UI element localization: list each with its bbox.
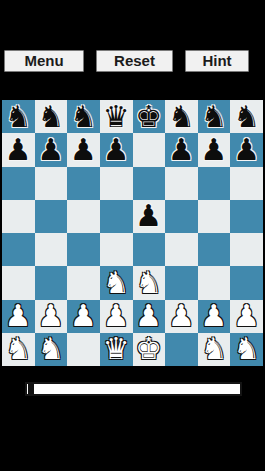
black-queen-icon: ♛ — [103, 102, 130, 132]
square-f6[interactable] — [165, 167, 198, 200]
square-g6[interactable] — [198, 167, 231, 200]
square-a2[interactable]: ♟ — [2, 300, 35, 333]
square-h6[interactable] — [230, 167, 263, 200]
white-pawn-icon: ♟ — [70, 301, 97, 331]
square-e5[interactable]: ♟ — [133, 200, 166, 233]
white-knight-icon: ♞ — [201, 334, 228, 364]
square-e1[interactable]: ♚ — [133, 333, 166, 366]
square-f4[interactable] — [165, 233, 198, 266]
black-pawn-icon: ♟ — [168, 135, 195, 165]
white-knight-icon: ♞ — [233, 334, 260, 364]
white-pawn-icon: ♟ — [233, 301, 260, 331]
square-b3[interactable] — [35, 266, 68, 299]
white-pawn-icon: ♟ — [135, 301, 162, 331]
black-knight-icon: ♞ — [168, 102, 195, 132]
square-f3[interactable] — [165, 266, 198, 299]
square-a1[interactable]: ♞ — [2, 333, 35, 366]
square-c2[interactable]: ♟ — [67, 300, 100, 333]
square-g5[interactable] — [198, 200, 231, 233]
square-a8[interactable]: ♞ — [2, 100, 35, 133]
square-b8[interactable]: ♞ — [35, 100, 68, 133]
square-a7[interactable]: ♟ — [2, 133, 35, 166]
square-h3[interactable] — [230, 266, 263, 299]
white-king-icon: ♚ — [135, 334, 162, 364]
black-pawn-icon: ♟ — [103, 135, 130, 165]
square-d4[interactable] — [100, 233, 133, 266]
square-c7[interactable]: ♟ — [67, 133, 100, 166]
white-pawn-icon: ♟ — [103, 301, 130, 331]
square-d7[interactable]: ♟ — [100, 133, 133, 166]
square-f7[interactable]: ♟ — [165, 133, 198, 166]
hint-button[interactable]: Hint — [185, 50, 249, 72]
white-pawn-icon: ♟ — [201, 301, 228, 331]
white-pawn-icon: ♟ — [168, 301, 195, 331]
white-knight-icon: ♞ — [103, 268, 130, 298]
black-knight-icon: ♞ — [37, 102, 64, 132]
white-queen-icon: ♛ — [103, 334, 130, 364]
square-d3[interactable]: ♞ — [100, 266, 133, 299]
square-e3[interactable]: ♞ — [133, 266, 166, 299]
chess-board: ♞♞♞♛♚♞♞♞♟♟♟♟♟♟♟♟♞♞♟♟♟♟♟♟♟♟♞♞♛♚♞♞ — [2, 100, 263, 366]
white-knight-icon: ♞ — [5, 334, 32, 364]
square-h1[interactable]: ♞ — [230, 333, 263, 366]
square-b1[interactable]: ♞ — [35, 333, 68, 366]
square-b7[interactable]: ♟ — [35, 133, 68, 166]
square-f5[interactable] — [165, 200, 198, 233]
square-g2[interactable]: ♟ — [198, 300, 231, 333]
square-c1[interactable] — [67, 333, 100, 366]
square-a4[interactable] — [2, 233, 35, 266]
square-g8[interactable]: ♞ — [198, 100, 231, 133]
black-king-icon: ♚ — [135, 102, 162, 132]
black-pawn-icon: ♟ — [201, 135, 228, 165]
black-pawn-icon: ♟ — [37, 135, 64, 165]
square-h7[interactable]: ♟ — [230, 133, 263, 166]
square-g3[interactable] — [198, 266, 231, 299]
progress-bar — [25, 382, 242, 396]
black-knight-icon: ♞ — [5, 102, 32, 132]
square-d1[interactable]: ♛ — [100, 333, 133, 366]
square-c8[interactable]: ♞ — [67, 100, 100, 133]
square-b2[interactable]: ♟ — [35, 300, 68, 333]
black-pawn-icon: ♟ — [5, 135, 32, 165]
square-h2[interactable]: ♟ — [230, 300, 263, 333]
square-h5[interactable] — [230, 200, 263, 233]
menu-button[interactable]: Menu — [4, 50, 84, 72]
square-e7[interactable] — [133, 133, 166, 166]
black-pawn-icon: ♟ — [135, 201, 162, 231]
white-pawn-icon: ♟ — [5, 301, 32, 331]
progress-bar-fill — [28, 384, 34, 394]
app-window: Menu Reset Hint ♞♞♞♛♚♞♞♞♟♟♟♟♟♟♟♟♞♞♟♟♟♟♟♟… — [0, 0, 265, 471]
white-pawn-icon: ♟ — [37, 301, 64, 331]
square-a5[interactable] — [2, 200, 35, 233]
square-e6[interactable] — [133, 167, 166, 200]
square-a3[interactable] — [2, 266, 35, 299]
square-f8[interactable]: ♞ — [165, 100, 198, 133]
square-h8[interactable]: ♞ — [230, 100, 263, 133]
square-b5[interactable] — [35, 200, 68, 233]
square-d5[interactable] — [100, 200, 133, 233]
square-c5[interactable] — [67, 200, 100, 233]
white-knight-icon: ♞ — [135, 268, 162, 298]
square-e2[interactable]: ♟ — [133, 300, 166, 333]
square-b6[interactable] — [35, 167, 68, 200]
square-d6[interactable] — [100, 167, 133, 200]
square-e4[interactable] — [133, 233, 166, 266]
square-d8[interactable]: ♛ — [100, 100, 133, 133]
black-knight-icon: ♞ — [70, 102, 97, 132]
square-c6[interactable] — [67, 167, 100, 200]
square-c4[interactable] — [67, 233, 100, 266]
reset-button[interactable]: Reset — [96, 50, 173, 72]
square-a6[interactable] — [2, 167, 35, 200]
black-pawn-icon: ♟ — [233, 135, 260, 165]
square-d2[interactable]: ♟ — [100, 300, 133, 333]
black-pawn-icon: ♟ — [70, 135, 97, 165]
square-g4[interactable] — [198, 233, 231, 266]
black-knight-icon: ♞ — [201, 102, 228, 132]
square-f1[interactable] — [165, 333, 198, 366]
square-g1[interactable]: ♞ — [198, 333, 231, 366]
square-g7[interactable]: ♟ — [198, 133, 231, 166]
square-e8[interactable]: ♚ — [133, 100, 166, 133]
square-f2[interactable]: ♟ — [165, 300, 198, 333]
white-knight-icon: ♞ — [37, 334, 64, 364]
black-knight-icon: ♞ — [233, 102, 260, 132]
square-c3[interactable] — [67, 266, 100, 299]
square-b4[interactable] — [35, 233, 68, 266]
square-h4[interactable] — [230, 233, 263, 266]
